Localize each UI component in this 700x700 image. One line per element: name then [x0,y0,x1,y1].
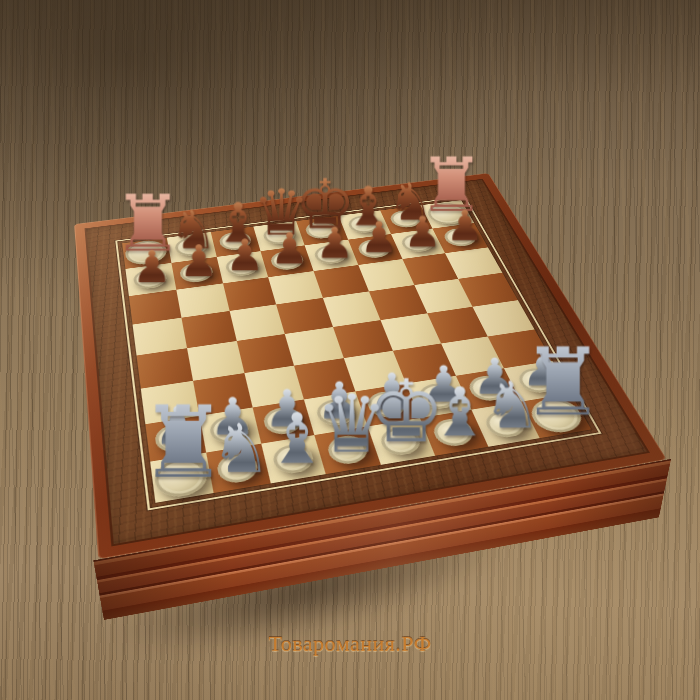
photo-canvas: { "game": "chess", "scene": "overhead pr… [0,0,700,700]
white-rook-glyph: ♜ [131,393,236,492]
chess-chest-box: ♜♞♝♛♚♝♞♜♟♟♟♟♟♟♟♟♟♟♟♟♟♟♟♟♜♞♝♛♚♝♞♜ [74,173,667,559]
scene: ♜♞♝♛♚♝♞♜♟♟♟♟♟♟♟♟♟♟♟♟♟♟♟♟♜♞♝♛♚♝♞♜ [0,0,700,700]
watermark-text: Товаромания.РФ [250,631,450,657]
